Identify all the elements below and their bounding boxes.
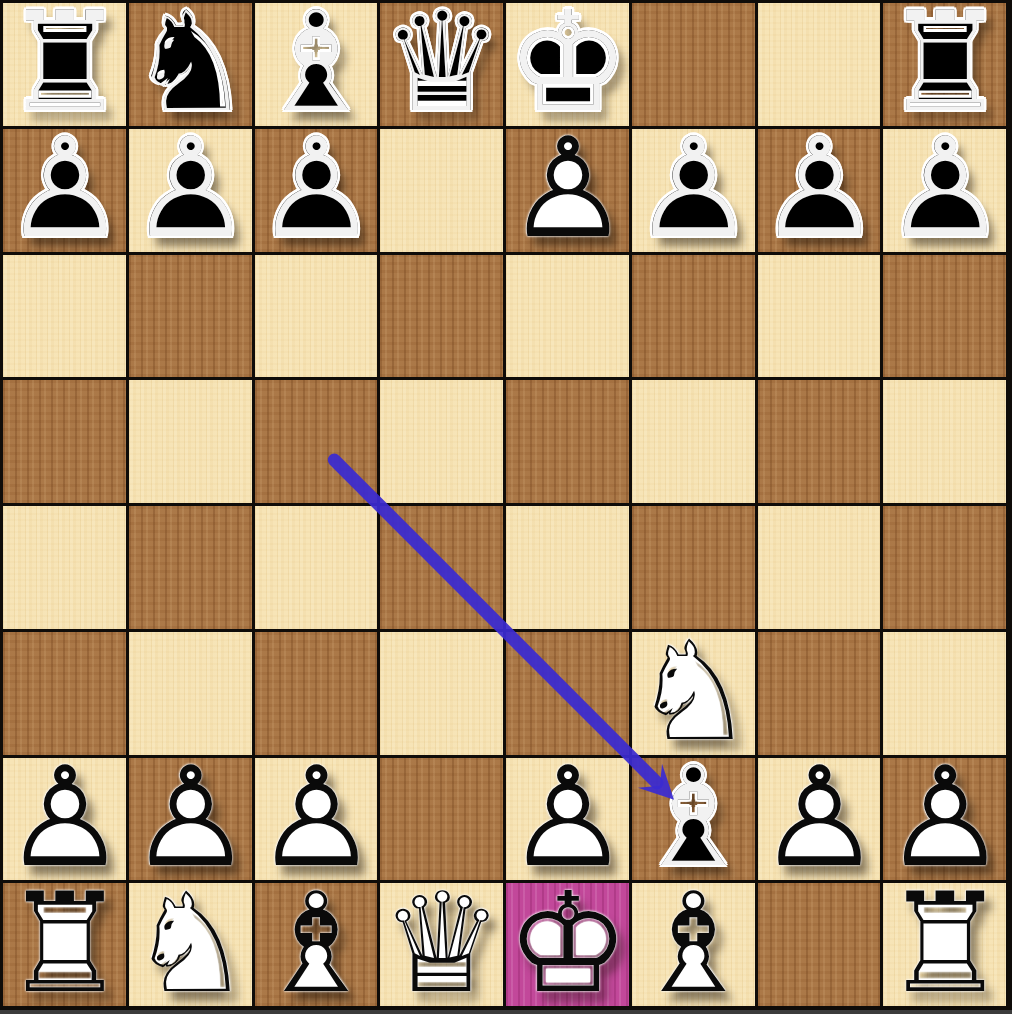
square-b1[interactable]: ♞♘ — [129, 883, 252, 1006]
white-pawn-icon: ♟ — [129, 757, 252, 879]
piece-detail-icon: ♙ — [3, 128, 126, 250]
square-b6[interactable] — [129, 255, 252, 378]
square-a4[interactable] — [3, 506, 126, 629]
piece-white-rook[interactable]: ♜♖ — [883, 883, 1006, 1006]
piece-black-knight[interactable]: ♞♘ — [129, 3, 252, 126]
square-h2[interactable]: ♟♙ — [883, 758, 1006, 881]
square-c2[interactable]: ♟♙ — [255, 758, 378, 881]
white-rook-icon: ♜ — [883, 882, 1006, 1004]
piece-detail-icon: ♗ — [255, 882, 378, 1004]
square-d6[interactable] — [380, 255, 503, 378]
square-e1[interactable]: ♚♔ — [506, 883, 629, 1006]
square-f6[interactable] — [632, 255, 755, 378]
black-pawn-icon: ♟ — [883, 128, 1006, 250]
black-knight-icon: ♞ — [129, 2, 252, 124]
square-e3[interactable] — [506, 632, 629, 755]
piece-black-pawn[interactable]: ♟♙ — [883, 129, 1006, 252]
square-e2[interactable]: ♟♙ — [506, 758, 629, 881]
piece-black-pawn[interactable]: ♟♙ — [3, 129, 126, 252]
piece-detail-icon: ♙ — [758, 757, 881, 879]
square-d7[interactable] — [380, 129, 503, 252]
black-pawn-icon: ♟ — [3, 128, 126, 250]
square-c6[interactable] — [255, 255, 378, 378]
black-pawn-icon: ♟ — [129, 128, 252, 250]
piece-white-pawn[interactable]: ♟♙ — [506, 129, 629, 252]
piece-detail-icon: ♙ — [758, 128, 881, 250]
piece-white-pawn[interactable]: ♟♙ — [883, 758, 1006, 881]
square-d2[interactable] — [380, 758, 503, 881]
square-d8[interactable]: ♛♕ — [380, 3, 503, 126]
square-b5[interactable] — [129, 380, 252, 503]
piece-black-pawn[interactable]: ♟♙ — [632, 129, 755, 252]
square-e6[interactable] — [506, 255, 629, 378]
square-d5[interactable] — [380, 380, 503, 503]
square-b8[interactable]: ♞♘ — [129, 3, 252, 126]
piece-black-pawn[interactable]: ♟♙ — [129, 129, 252, 252]
square-f2[interactable]: ♝♗ — [632, 758, 755, 881]
piece-detail-icon: ♖ — [883, 2, 1006, 124]
piece-detail-icon: ♙ — [883, 128, 1006, 250]
square-h6[interactable] — [883, 255, 1006, 378]
square-g5[interactable] — [758, 380, 881, 503]
square-a8[interactable]: ♜♖ — [3, 3, 126, 126]
square-a6[interactable] — [3, 255, 126, 378]
square-e7[interactable]: ♟♙ — [506, 129, 629, 252]
square-f5[interactable] — [632, 380, 755, 503]
white-pawn-icon: ♟ — [255, 757, 378, 879]
piece-detail-icon: ♔ — [506, 2, 629, 124]
piece-black-bishop[interactable]: ♝♗ — [632, 758, 755, 881]
square-b7[interactable]: ♟♙ — [129, 129, 252, 252]
piece-white-pawn[interactable]: ♟♙ — [3, 758, 126, 881]
square-e8[interactable]: ♚♔ — [506, 3, 629, 126]
square-e4[interactable] — [506, 506, 629, 629]
piece-detail-icon: ♙ — [129, 757, 252, 879]
square-c3[interactable] — [255, 632, 378, 755]
piece-detail-icon: ♙ — [883, 757, 1006, 879]
piece-white-pawn[interactable]: ♟♙ — [506, 758, 629, 881]
square-g3[interactable] — [758, 632, 881, 755]
black-king-icon: ♚ — [506, 2, 629, 124]
white-pawn-icon: ♟ — [506, 757, 629, 879]
piece-detail-icon: ♘ — [632, 631, 755, 753]
piece-black-bishop[interactable]: ♝♗ — [255, 3, 378, 126]
white-knight-icon: ♞ — [632, 631, 755, 753]
square-f3[interactable]: ♞♘ — [632, 632, 755, 755]
piece-white-bishop[interactable]: ♝♗ — [632, 883, 755, 1006]
white-pawn-icon: ♟ — [758, 757, 881, 879]
piece-detail-icon: ♗ — [255, 2, 378, 124]
black-bishop-icon: ♝ — [255, 2, 378, 124]
square-h3[interactable] — [883, 632, 1006, 755]
square-c1[interactable]: ♝♗ — [255, 883, 378, 1006]
square-g2[interactable]: ♟♙ — [758, 758, 881, 881]
piece-black-queen[interactable]: ♛♕ — [380, 3, 503, 126]
black-queen-icon: ♛ — [380, 2, 503, 124]
piece-white-knight[interactable]: ♞♘ — [632, 632, 755, 755]
piece-white-king[interactable]: ♚♔ — [506, 883, 629, 1006]
piece-black-king[interactable]: ♚♔ — [506, 3, 629, 126]
square-f7[interactable]: ♟♙ — [632, 129, 755, 252]
black-bishop-icon: ♝ — [632, 757, 755, 879]
black-pawn-icon: ♟ — [255, 128, 378, 250]
piece-detail-icon: ♙ — [506, 757, 629, 879]
piece-detail-icon: ♘ — [129, 2, 252, 124]
piece-detail-icon: ♙ — [3, 757, 126, 879]
chess-board: ♜♖♞♘♝♗♛♕♚♔♜♖♟♙♟♙♟♙♟♙♟♙♟♙♟♙♞♘♟♙♟♙♟♙♟♙♝♗♟♙… — [0, 0, 1012, 1014]
piece-black-rook[interactable]: ♜♖ — [3, 3, 126, 126]
piece-detail-icon: ♕ — [380, 882, 503, 1004]
square-d1[interactable]: ♛♕ — [380, 883, 503, 1006]
piece-detail-icon: ♖ — [883, 882, 1006, 1004]
square-c5[interactable] — [255, 380, 378, 503]
square-g6[interactable] — [758, 255, 881, 378]
board-grid: ♜♖♞♘♝♗♛♕♚♔♜♖♟♙♟♙♟♙♟♙♟♙♟♙♟♙♞♘♟♙♟♙♟♙♟♙♝♗♟♙… — [3, 3, 1006, 1006]
piece-detail-icon: ♙ — [506, 128, 629, 250]
white-pawn-icon: ♟ — [506, 128, 629, 250]
square-h1[interactable]: ♜♖ — [883, 883, 1006, 1006]
black-pawn-icon: ♟ — [632, 128, 755, 250]
piece-detail-icon: ♖ — [3, 882, 126, 1004]
square-c8[interactable]: ♝♗ — [255, 3, 378, 126]
square-d4[interactable] — [380, 506, 503, 629]
square-f4[interactable] — [632, 506, 755, 629]
piece-white-pawn[interactable]: ♟♙ — [129, 758, 252, 881]
piece-detail-icon: ♗ — [632, 882, 755, 1004]
piece-detail-icon: ♙ — [255, 128, 378, 250]
piece-black-rook[interactable]: ♜♖ — [883, 3, 1006, 126]
square-h8[interactable]: ♜♖ — [883, 3, 1006, 126]
black-pawn-icon: ♟ — [758, 128, 881, 250]
piece-white-queen[interactable]: ♛♕ — [380, 883, 503, 1006]
square-h7[interactable]: ♟♙ — [883, 129, 1006, 252]
black-rook-icon: ♜ — [3, 2, 126, 124]
piece-detail-icon: ♙ — [632, 128, 755, 250]
square-f1[interactable]: ♝♗ — [632, 883, 755, 1006]
piece-detail-icon: ♗ — [632, 757, 755, 879]
white-rook-icon: ♜ — [3, 882, 126, 1004]
piece-detail-icon: ♔ — [506, 882, 629, 1004]
white-queen-icon: ♛ — [380, 882, 503, 1004]
white-king-icon: ♚ — [506, 882, 629, 1004]
square-a3[interactable] — [3, 632, 126, 755]
white-bishop-icon: ♝ — [632, 882, 755, 1004]
square-c4[interactable] — [255, 506, 378, 629]
square-e5[interactable] — [506, 380, 629, 503]
piece-detail-icon: ♙ — [129, 128, 252, 250]
square-c7[interactable]: ♟♙ — [255, 129, 378, 252]
piece-white-rook[interactable]: ♜♖ — [3, 883, 126, 1006]
white-pawn-icon: ♟ — [883, 757, 1006, 879]
square-b3[interactable] — [129, 632, 252, 755]
square-h5[interactable] — [883, 380, 1006, 503]
square-a7[interactable]: ♟♙ — [3, 129, 126, 252]
square-a2[interactable]: ♟♙ — [3, 758, 126, 881]
square-f8[interactable] — [632, 3, 755, 126]
piece-detail-icon: ♙ — [255, 757, 378, 879]
piece-white-bishop[interactable]: ♝♗ — [255, 883, 378, 1006]
piece-detail-icon: ♘ — [129, 882, 252, 1004]
black-rook-icon: ♜ — [883, 2, 1006, 124]
square-a1[interactable]: ♜♖ — [3, 883, 126, 1006]
piece-detail-icon: ♖ — [3, 2, 126, 124]
square-g8[interactable] — [758, 3, 881, 126]
square-b2[interactable]: ♟♙ — [129, 758, 252, 881]
square-g7[interactable]: ♟♙ — [758, 129, 881, 252]
white-bishop-icon: ♝ — [255, 882, 378, 1004]
square-a5[interactable] — [3, 380, 126, 503]
square-b4[interactable] — [129, 506, 252, 629]
piece-black-pawn[interactable]: ♟♙ — [255, 129, 378, 252]
piece-white-pawn[interactable]: ♟♙ — [758, 758, 881, 881]
square-g1[interactable] — [758, 883, 881, 1006]
square-g4[interactable] — [758, 506, 881, 629]
square-d3[interactable] — [380, 632, 503, 755]
piece-white-pawn[interactable]: ♟♙ — [255, 758, 378, 881]
square-h4[interactable] — [883, 506, 1006, 629]
white-knight-icon: ♞ — [129, 882, 252, 1004]
piece-detail-icon: ♕ — [380, 2, 503, 124]
piece-black-pawn[interactable]: ♟♙ — [758, 129, 881, 252]
white-pawn-icon: ♟ — [3, 757, 126, 879]
piece-white-knight[interactable]: ♞♘ — [129, 883, 252, 1006]
